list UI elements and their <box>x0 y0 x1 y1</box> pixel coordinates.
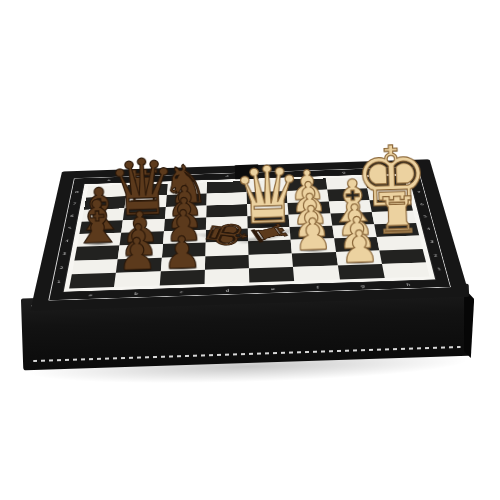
perspective-wrap: abcdefgh abcdefgh 87654321 87654321 ♜♞♟♛… <box>0 0 500 500</box>
product-scene: abcdefgh abcdefgh 87654321 87654321 ♜♞♟♛… <box>0 0 500 500</box>
piece-black-pawn-c2[interactable]: ♟ <box>161 234 202 273</box>
square-a4[interactable]: ♝ <box>77 233 122 247</box>
square-c2[interactable]: ♟ <box>160 256 205 271</box>
piece-white-rook-h4[interactable]: ♜ <box>374 194 420 238</box>
square-g2[interactable]: ♟ <box>336 250 382 265</box>
square-e5[interactable]: ♛ <box>247 215 289 229</box>
piece-white-pawn-g2[interactable]: ♟ <box>339 228 380 267</box>
piece-white-pawn-f3[interactable]: ♟ <box>293 216 333 254</box>
square-h4[interactable]: ♜ <box>374 223 419 237</box>
piece-black-pawn-b2[interactable]: ♟ <box>117 235 158 274</box>
square-b2[interactable]: ♟ <box>116 257 161 272</box>
board-plane: abcdefgh abcdefgh 87654321 87654321 ♜♞♟♛… <box>30 159 470 311</box>
square-f3[interactable]: ♟ <box>291 238 336 253</box>
